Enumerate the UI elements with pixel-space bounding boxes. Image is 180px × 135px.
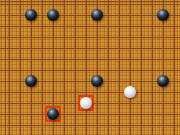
black-stone: ●: [47, 108, 59, 120]
white-stone: ○: [124, 86, 136, 98]
black-stone-glyph: ●: [91, 75, 103, 87]
black-stone: ●: [25, 75, 37, 87]
black-stone-glyph: ●: [25, 9, 37, 21]
black-stone-glyph: ●: [47, 108, 59, 120]
black-stone: ●: [91, 9, 103, 21]
black-stone: ●: [25, 9, 37, 21]
black-stone: ●: [157, 9, 169, 21]
black-stone: ●: [157, 75, 169, 87]
black-stone: ●: [91, 75, 103, 87]
black-stone: ●: [47, 9, 59, 21]
white-stone-glyph: ○: [80, 97, 92, 109]
black-stone-glyph: ●: [91, 9, 103, 21]
black-stone-glyph: ●: [157, 9, 169, 21]
black-stone-glyph: ●: [157, 75, 169, 87]
black-stone-glyph: ●: [47, 9, 59, 21]
white-stone-glyph: ○: [124, 86, 136, 98]
go-board[interactable]: ●●●●●●●○○●: [0, 0, 180, 135]
white-stone: ○: [80, 97, 92, 109]
black-stone-glyph: ●: [25, 75, 37, 87]
